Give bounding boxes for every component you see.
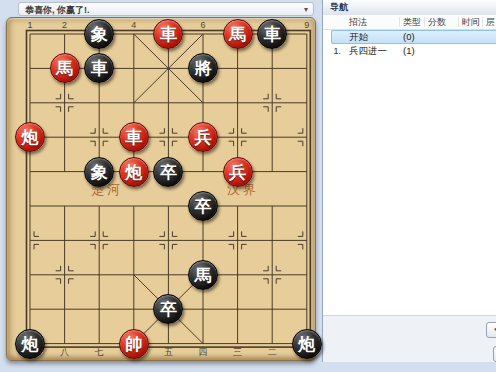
- piece-black-車[interactable]: 車: [257, 19, 287, 49]
- prev-move-button[interactable]: <: [486, 322, 496, 338]
- file-label-bottom: 四: [196, 346, 210, 359]
- piece-red-車[interactable]: 車: [153, 19, 183, 49]
- piece-glyph: 馬: [224, 20, 252, 49]
- piece-glyph: 象: [85, 158, 113, 187]
- file-label-top: 4: [127, 20, 141, 30]
- piece-black-卒[interactable]: 卒: [153, 294, 183, 324]
- file-label-bottom: 七: [92, 346, 106, 359]
- piece-black-卒[interactable]: 卒: [153, 157, 183, 187]
- move-number: 1.: [325, 44, 341, 58]
- piece-red-車[interactable]: 車: [119, 122, 149, 152]
- move-list-row[interactable]: 开始(0): [323, 30, 496, 44]
- piece-glyph: 車: [154, 20, 182, 49]
- column-header-4[interactable]: 时间: [462, 15, 480, 29]
- piece-black-馬[interactable]: 馬: [188, 260, 218, 290]
- piece-glyph: 車: [258, 20, 286, 49]
- piece-glyph: 車: [120, 123, 148, 152]
- file-label-top: 1: [23, 20, 37, 30]
- column-header-3[interactable]: 分数: [428, 15, 446, 29]
- piece-glyph: 馬: [189, 261, 217, 290]
- file-label-top: 6: [196, 20, 210, 30]
- column-separator: [399, 17, 400, 27]
- piece-glyph: 炮: [293, 330, 321, 359]
- piece-black-車[interactable]: 車: [84, 53, 114, 83]
- piece-red-兵[interactable]: 兵: [223, 157, 253, 187]
- piece-glyph: 卒: [189, 192, 217, 221]
- piece-black-炮[interactable]: 炮: [292, 329, 322, 359]
- piece-red-炮[interactable]: 炮: [119, 157, 149, 187]
- file-label-top: 2: [58, 20, 72, 30]
- move-text: 兵四进一: [349, 44, 387, 58]
- chevron-down-icon[interactable]: ▾: [304, 3, 308, 17]
- file-label-bottom: 五: [161, 346, 175, 359]
- column-header-1[interactable]: 招法: [349, 15, 367, 29]
- piece-red-馬[interactable]: 馬: [223, 19, 253, 49]
- move-list-column-header: 招法类型分数时间层: [323, 15, 496, 30]
- piece-glyph: 炮: [16, 330, 44, 359]
- piece-glyph: 帥: [120, 330, 148, 359]
- move-text: 开始: [349, 30, 368, 44]
- file-label-top: 9: [300, 20, 314, 30]
- piece-glyph: 馬: [51, 54, 79, 83]
- piece-glyph: 卒: [154, 295, 182, 324]
- piece-red-帥[interactable]: 帥: [119, 329, 149, 359]
- file-label-bottom: 八: [58, 346, 72, 359]
- piece-black-象[interactable]: 象: [84, 157, 114, 187]
- status-message-bar: 恭喜你, 你赢了!. ▾: [18, 2, 314, 16]
- file-label-bottom: 二: [265, 346, 279, 359]
- move-type: (0): [403, 30, 415, 44]
- piece-glyph: 炮: [120, 158, 148, 187]
- piece-red-馬[interactable]: 馬: [50, 53, 80, 83]
- column-separator: [458, 17, 459, 27]
- column-header-2[interactable]: 类型: [403, 15, 421, 29]
- piece-glyph: 將: [189, 54, 217, 83]
- file-label-bottom: 三: [231, 346, 245, 359]
- status-message: 恭喜你, 你赢了!.: [25, 5, 90, 15]
- piece-glyph: 象: [85, 20, 113, 49]
- piece-glyph: 兵: [189, 123, 217, 152]
- piece-black-象[interactable]: 象: [84, 19, 114, 49]
- piece-black-卒[interactable]: 卒: [188, 191, 218, 221]
- piece-glyph: 炮: [16, 123, 44, 152]
- navigation-panel: 导航 招法类型分数时间层 开始(0)1.兵四进一(1) <: [322, 0, 496, 362]
- piece-black-將[interactable]: 將: [188, 53, 218, 83]
- column-header-5[interactable]: 层: [486, 15, 495, 29]
- xiangqi-board[interactable]: 楚河 汉界 123456789九八七六五四三二一象車馬車馬車將炮車兵象炮卒兵卒馬…: [6, 17, 316, 361]
- column-separator: [424, 17, 425, 27]
- xiangqi-app-window: { "game": "xiangqi", "title_bar": { "tex…: [0, 0, 496, 372]
- piece-glyph: 兵: [224, 158, 252, 187]
- column-separator: [482, 17, 483, 27]
- piece-glyph: 車: [85, 54, 113, 83]
- nav-panel-title: 导航: [323, 0, 496, 16]
- move-list-row[interactable]: 1.兵四进一(1): [323, 44, 496, 58]
- board-panel: 恭喜你, 你赢了!. ▾ 楚河 汉界 123456789九八七六五四三二一象車馬…: [2, 0, 316, 364]
- piece-red-兵[interactable]: 兵: [188, 122, 218, 152]
- nav-footer: <: [323, 315, 496, 362]
- piece-glyph: 卒: [154, 158, 182, 187]
- piece-red-炮[interactable]: 炮: [15, 122, 45, 152]
- piece-black-炮[interactable]: 炮: [15, 329, 45, 359]
- move-type: (1): [403, 44, 415, 58]
